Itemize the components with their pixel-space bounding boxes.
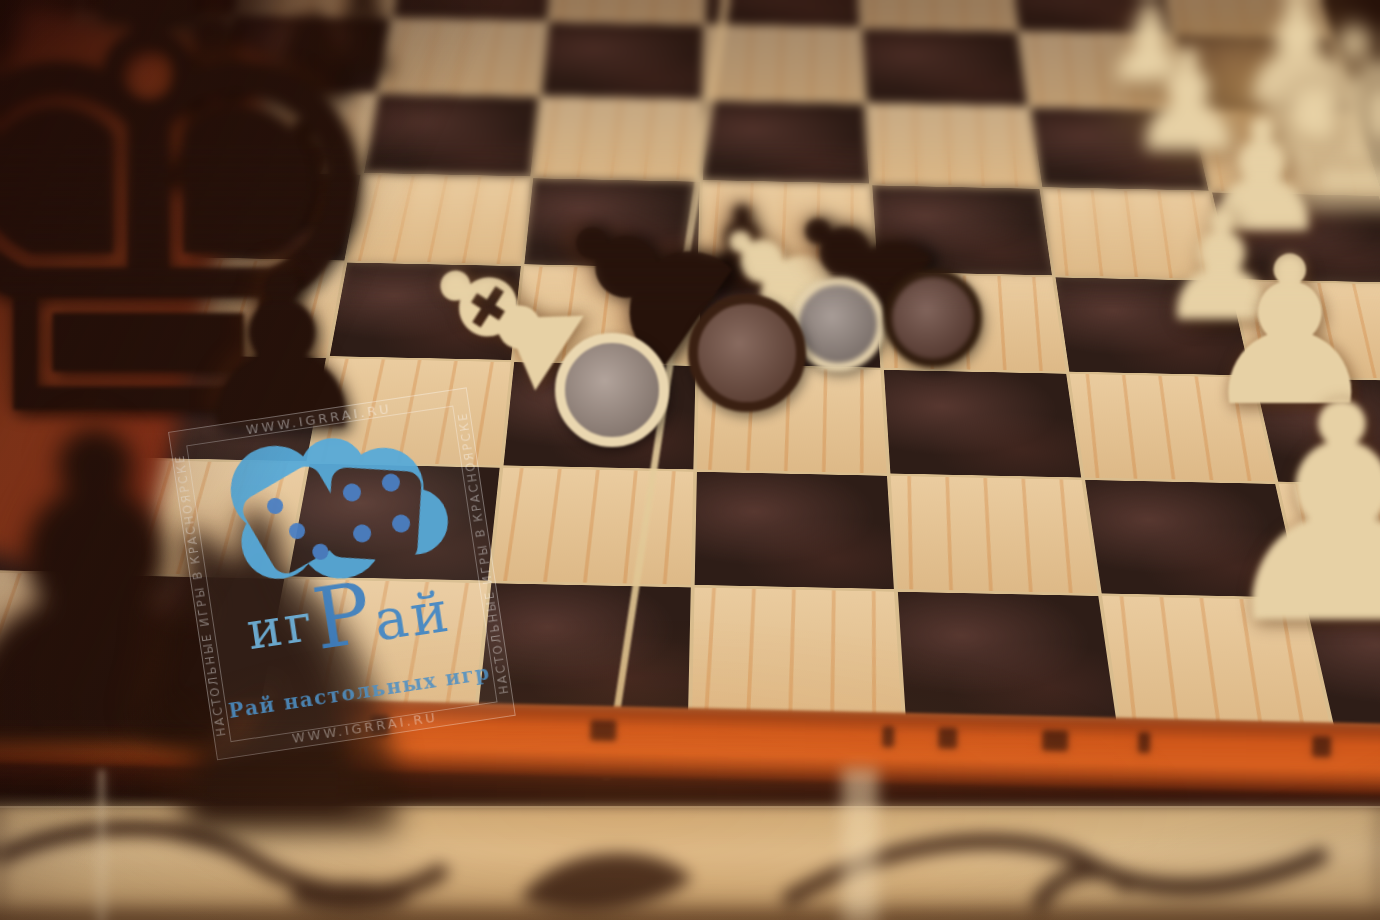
- square-g5: [1042, 189, 1228, 279]
- square-g2: [1085, 480, 1301, 598]
- square-d5: [524, 178, 699, 268]
- square-e2: [695, 472, 894, 589]
- square-h5: [1212, 192, 1380, 282]
- border-number-mark: [30, 707, 42, 728]
- square-h3: [1254, 378, 1380, 485]
- square-g4: [1055, 277, 1250, 375]
- far-shade: [0, 0, 1380, 190]
- watermark-stamp: WWW.IGRRAI.RU WWW.IGRRAI.RU НАСТОЛЬНЫЕ И…: [168, 387, 516, 760]
- border-number-mark: [882, 726, 894, 747]
- square-g1: [1102, 596, 1330, 726]
- square-e1: [692, 587, 902, 716]
- brand-initial: Р: [307, 563, 380, 669]
- square-e5: [701, 182, 875, 272]
- border-number-mark: [1042, 730, 1068, 752]
- border-number-mark: [590, 720, 616, 742]
- fallen-black-pawn-base: [688, 294, 806, 412]
- brand-rest: ай: [370, 578, 455, 654]
- square-d2: [491, 467, 693, 584]
- square-g3: [1069, 374, 1274, 481]
- panel-glare-line: [98, 770, 105, 920]
- square-h4: [1232, 281, 1380, 379]
- square-f2: [891, 476, 1098, 594]
- border-number-mark: [938, 728, 957, 749]
- chessboard-photo: ♚♝♟♞♝♟♟♟♞♟♟♟♟♟♚♟♟ ♝♟♟♟ WWW.IGRRAI.RU WWW…: [0, 0, 1380, 920]
- border-number-mark: [1312, 736, 1331, 757]
- fallen-white-bishop-base: [555, 333, 669, 447]
- square-f1: [898, 592, 1116, 722]
- fold-gap-glare: [842, 768, 878, 920]
- brand-prefix: иг: [243, 592, 319, 661]
- square-c4: [329, 263, 520, 361]
- carved-ornament: [0, 806, 1380, 920]
- box-front-panel: [0, 806, 1380, 920]
- fallen-black-pawn-base: [884, 269, 982, 367]
- square-f5: [872, 185, 1051, 275]
- border-number-mark: [1138, 732, 1150, 753]
- square-f3: [884, 370, 1081, 477]
